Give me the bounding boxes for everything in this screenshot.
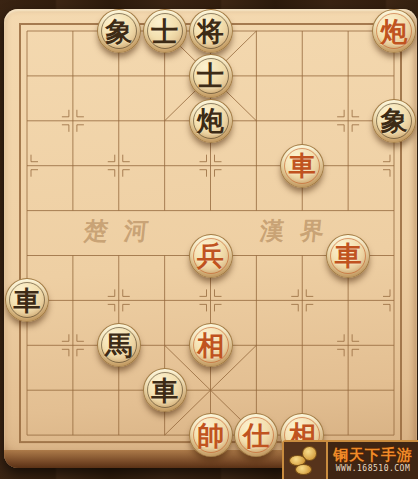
piece-black-advisor[interactable]: 士 [143, 9, 187, 53]
coins-icon [284, 442, 328, 479]
piece-black-horse[interactable]: 馬 [97, 323, 141, 367]
watermark-text: 铜天下手游 WWW.168510.COM [328, 442, 418, 479]
watermark-url: WWW.168510.COM [336, 464, 410, 474]
river-label-chu-he: 楚河 [82, 215, 165, 247]
piece-black-chariot[interactable]: 車 [143, 368, 187, 412]
watermark-title: 铜天下手游 [333, 447, 413, 464]
piece-red-chariot[interactable]: 車 [326, 234, 370, 278]
coin-icon [295, 464, 312, 475]
piece-red-soldier[interactable]: 兵 [189, 234, 233, 278]
watermark: 铜天下手游 WWW.168510.COM [282, 440, 418, 479]
piece-black-elephant[interactable]: 象 [97, 9, 141, 53]
piece-black-advisor[interactable]: 士 [189, 54, 233, 98]
piece-red-general[interactable]: 帥 [189, 413, 233, 457]
piece-red-cannon[interactable]: 炮 [372, 9, 416, 53]
piece-black-elephant[interactable]: 象 [372, 99, 416, 143]
piece-black-cannon[interactable]: 炮 [189, 99, 233, 143]
game-screen: 楚河 漢界 象士将炮士炮象車兵車車馬相車帥仕相 铜天下手游 WWW.168510… [0, 0, 418, 479]
piece-black-general[interactable]: 将 [189, 9, 233, 53]
piece-red-chariot[interactable]: 車 [280, 144, 324, 188]
piece-red-elephant[interactable]: 相 [189, 323, 233, 367]
